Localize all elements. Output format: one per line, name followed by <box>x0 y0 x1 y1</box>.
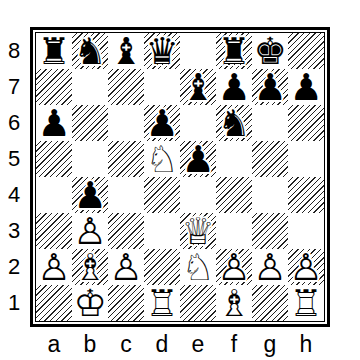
black-pawn: ♟♟ <box>216 69 252 105</box>
rank-label: 5 <box>0 141 28 177</box>
square-h3[interactable] <box>288 213 324 249</box>
square-a8[interactable]: ♜♜ <box>36 33 72 69</box>
piece-glyph: ♔ <box>72 285 108 321</box>
square-h7[interactable]: ♟♟ <box>288 69 324 105</box>
black-pawn: ♟♟ <box>288 69 324 105</box>
board-grid: ♜♜♞♞♝♝♛♛♜♜♚♚♝♝♟♟♟♟♟♟♟♟♟♟♞♞♞♘♟♟♟♟♟♙♛♕♟♙♝♗… <box>36 33 324 321</box>
piece-glyph: ♜ <box>36 33 72 69</box>
file-label: f <box>216 330 252 359</box>
square-c2[interactable]: ♟♙ <box>108 249 144 285</box>
black-bishop: ♝♝ <box>180 69 216 105</box>
file-label: b <box>72 330 108 359</box>
piece-glyph: ♟ <box>36 105 72 141</box>
piece-glyph: ♗ <box>72 249 108 285</box>
piece-glyph: ♟ <box>72 177 108 213</box>
square-b1[interactable]: ♚♔ <box>72 285 108 321</box>
piece-glyph: ♘ <box>144 141 180 177</box>
piece-glyph: ♞ <box>72 33 108 69</box>
white-bishop: ♝♗ <box>216 285 252 321</box>
white-bishop: ♝♗ <box>72 249 108 285</box>
square-e3[interactable]: ♛♕ <box>180 213 216 249</box>
square-d5[interactable]: ♞♘ <box>144 141 180 177</box>
white-pawn: ♟♙ <box>72 213 108 249</box>
square-a7[interactable] <box>36 69 72 105</box>
piece-glyph: ♛ <box>144 33 180 69</box>
square-e1[interactable] <box>180 285 216 321</box>
square-g6[interactable] <box>252 105 288 141</box>
square-h8[interactable] <box>288 33 324 69</box>
file-labels: abcdefgh <box>36 330 324 359</box>
square-h2[interactable]: ♟♙ <box>288 249 324 285</box>
square-a3[interactable] <box>36 213 72 249</box>
black-knight: ♞♞ <box>216 105 252 141</box>
square-c4[interactable] <box>108 177 144 213</box>
piece-glyph: ♙ <box>252 249 288 285</box>
rank-labels: 87654321 <box>0 33 28 321</box>
square-b8[interactable]: ♞♞ <box>72 33 108 69</box>
rank-label: 7 <box>0 69 28 105</box>
square-g8[interactable]: ♚♚ <box>252 33 288 69</box>
piece-glyph: ♙ <box>72 213 108 249</box>
piece-glyph: ♚ <box>252 33 288 69</box>
square-b3[interactable]: ♟♙ <box>72 213 108 249</box>
white-knight: ♞♘ <box>180 249 216 285</box>
piece-glyph: ♕ <box>180 213 216 249</box>
piece-glyph: ♝ <box>180 69 216 105</box>
square-h6[interactable] <box>288 105 324 141</box>
white-pawn: ♟♙ <box>36 249 72 285</box>
square-g7[interactable]: ♟♟ <box>252 69 288 105</box>
rank-label: 6 <box>0 105 28 141</box>
black-rook: ♜♜ <box>216 33 252 69</box>
black-knight: ♞♞ <box>72 33 108 69</box>
board-inner-border: ♜♜♞♞♝♝♛♛♜♜♚♚♝♝♟♟♟♟♟♟♟♟♟♟♞♞♞♘♟♟♟♟♟♙♛♕♟♙♝♗… <box>35 32 325 322</box>
square-c7[interactable] <box>108 69 144 105</box>
file-label: e <box>180 330 216 359</box>
square-a4[interactable] <box>36 177 72 213</box>
square-d1[interactable]: ♜♖ <box>144 285 180 321</box>
piece-glyph: ♟ <box>252 69 288 105</box>
piece-glyph: ♗ <box>216 285 252 321</box>
file-label: g <box>252 330 288 359</box>
white-pawn: ♟♙ <box>252 249 288 285</box>
square-g5[interactable] <box>252 141 288 177</box>
square-g1[interactable] <box>252 285 288 321</box>
file-label: a <box>36 330 72 359</box>
black-pawn: ♟♟ <box>36 105 72 141</box>
square-f2[interactable]: ♟♙ <box>216 249 252 285</box>
square-b7[interactable] <box>72 69 108 105</box>
square-f5[interactable] <box>216 141 252 177</box>
white-pawn: ♟♙ <box>108 249 144 285</box>
square-a2[interactable]: ♟♙ <box>36 249 72 285</box>
square-h1[interactable]: ♜♖ <box>288 285 324 321</box>
piece-glyph: ♟ <box>144 105 180 141</box>
white-rook: ♜♖ <box>144 285 180 321</box>
square-h5[interactable] <box>288 141 324 177</box>
square-g3[interactable] <box>252 213 288 249</box>
chess-diagram: 87654321 ♜♜♞♞♝♝♛♛♜♜♚♚♝♝♟♟♟♟♟♟♟♟♟♟♞♞♞♘♟♟♟… <box>0 0 360 360</box>
black-king: ♚♚ <box>252 33 288 69</box>
square-f4[interactable] <box>216 177 252 213</box>
square-d6[interactable]: ♟♟ <box>144 105 180 141</box>
square-e2[interactable]: ♞♘ <box>180 249 216 285</box>
square-f6[interactable]: ♞♞ <box>216 105 252 141</box>
rank-label: 2 <box>0 249 28 285</box>
square-d2[interactable] <box>144 249 180 285</box>
white-pawn: ♟♙ <box>216 249 252 285</box>
square-b5[interactable] <box>72 141 108 177</box>
black-pawn: ♟♟ <box>144 105 180 141</box>
rank-label: 3 <box>0 213 28 249</box>
square-c5[interactable] <box>108 141 144 177</box>
square-c3[interactable] <box>108 213 144 249</box>
square-b4[interactable]: ♟♟ <box>72 177 108 213</box>
square-e5[interactable]: ♟♟ <box>180 141 216 177</box>
black-bishop: ♝♝ <box>108 33 144 69</box>
square-b2[interactable]: ♝♗ <box>72 249 108 285</box>
piece-glyph: ♞ <box>216 105 252 141</box>
piece-glyph: ♜ <box>216 33 252 69</box>
square-f3[interactable] <box>216 213 252 249</box>
piece-glyph: ♘ <box>180 249 216 285</box>
square-f7[interactable]: ♟♟ <box>216 69 252 105</box>
white-pawn: ♟♙ <box>288 249 324 285</box>
square-e8[interactable] <box>180 33 216 69</box>
black-queen: ♛♛ <box>144 33 180 69</box>
file-label: h <box>288 330 324 359</box>
black-pawn: ♟♟ <box>180 141 216 177</box>
black-rook: ♜♜ <box>36 33 72 69</box>
rank-label: 8 <box>0 33 28 69</box>
file-label: d <box>144 330 180 359</box>
square-b6[interactable] <box>72 105 108 141</box>
piece-glyph: ♖ <box>288 285 324 321</box>
square-f1[interactable]: ♝♗ <box>216 285 252 321</box>
square-g2[interactable]: ♟♙ <box>252 249 288 285</box>
square-a5[interactable] <box>36 141 72 177</box>
board-frame: ♜♜♞♞♝♝♛♛♜♜♚♚♝♝♟♟♟♟♟♟♟♟♟♟♞♞♞♘♟♟♟♟♟♙♛♕♟♙♝♗… <box>30 27 330 327</box>
piece-glyph: ♟ <box>180 141 216 177</box>
white-king: ♚♔ <box>72 285 108 321</box>
square-g4[interactable] <box>252 177 288 213</box>
piece-glyph: ♙ <box>216 249 252 285</box>
square-h4[interactable] <box>288 177 324 213</box>
square-d3[interactable] <box>144 213 180 249</box>
square-c1[interactable] <box>108 285 144 321</box>
piece-glyph: ♙ <box>36 249 72 285</box>
white-knight: ♞♘ <box>144 141 180 177</box>
square-e4[interactable] <box>180 177 216 213</box>
square-a1[interactable] <box>36 285 72 321</box>
piece-glyph: ♙ <box>108 249 144 285</box>
square-a6[interactable]: ♟♟ <box>36 105 72 141</box>
rank-label: 1 <box>0 285 28 321</box>
square-c8[interactable]: ♝♝ <box>108 33 144 69</box>
square-d7[interactable] <box>144 69 180 105</box>
piece-glyph: ♝ <box>108 33 144 69</box>
white-queen: ♛♕ <box>180 213 216 249</box>
square-f8[interactable]: ♜♜ <box>216 33 252 69</box>
black-pawn: ♟♟ <box>72 177 108 213</box>
piece-glyph: ♟ <box>288 69 324 105</box>
black-pawn: ♟♟ <box>252 69 288 105</box>
square-d4[interactable] <box>144 177 180 213</box>
rank-label: 4 <box>0 177 28 213</box>
square-e6[interactable] <box>180 105 216 141</box>
piece-glyph: ♙ <box>288 249 324 285</box>
square-d8[interactable]: ♛♛ <box>144 33 180 69</box>
square-c6[interactable] <box>108 105 144 141</box>
piece-glyph: ♖ <box>144 285 180 321</box>
white-rook: ♜♖ <box>288 285 324 321</box>
file-label: c <box>108 330 144 359</box>
piece-glyph: ♟ <box>216 69 252 105</box>
square-e7[interactable]: ♝♝ <box>180 69 216 105</box>
